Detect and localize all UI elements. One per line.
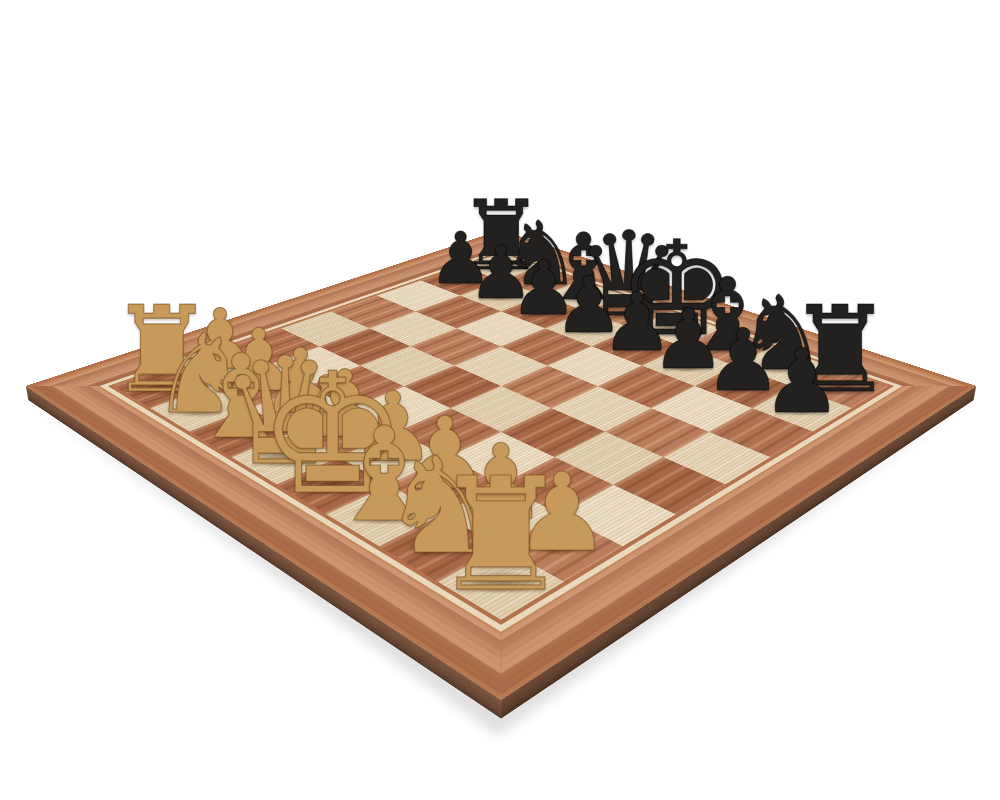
pieces-layer: ♜♞♟♝♟♛♟♚♟♝♟♞♟♟♜♟♟♜♟♟♞♟♝♟♛♟♚♟♝♟♞♜ xyxy=(0,0,1000,800)
product-photo-stage: ♜♞♟♝♟♛♟♚♟♝♟♞♟♟♜♟♟♜♟♟♞♟♝♟♛♟♚♟♝♟♞♜ xyxy=(0,0,1000,800)
piece-white-rook-h1[interactable]: ♜ xyxy=(431,456,571,613)
piece-black-pawn-h7[interactable]: ♟ xyxy=(762,337,842,426)
